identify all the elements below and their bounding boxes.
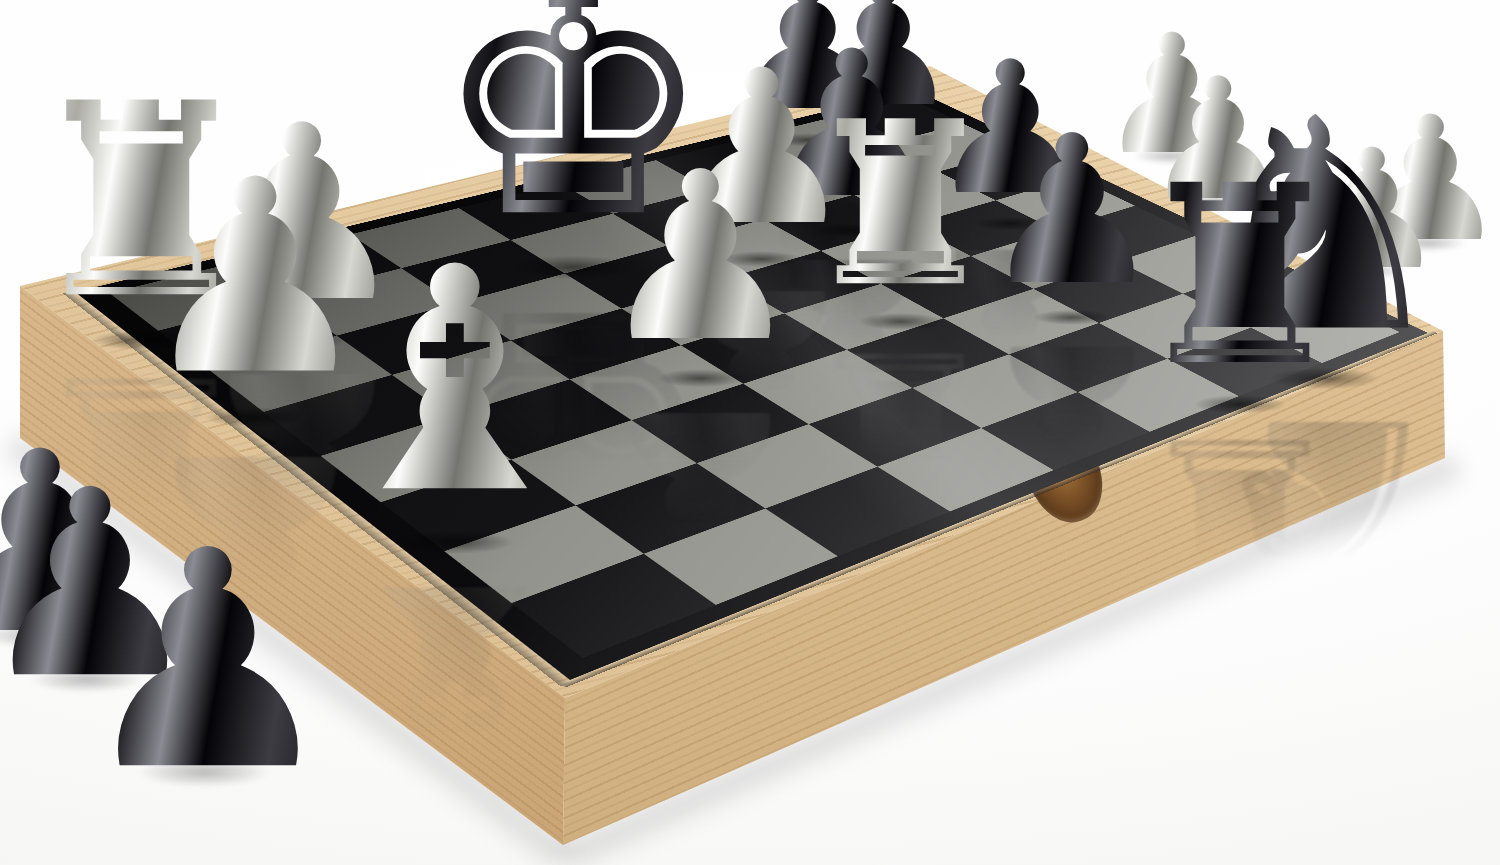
pawn-glyph: ♟ [596,141,805,374]
piece-black-rook-g1[interactable]: ♜♜ [1129,152,1350,399]
piece-reflection: ♝ [316,547,593,810]
piece-silver-pawn-d5[interactable]: ♟♟ [596,141,805,374]
pawn-glyph: ♟ [74,512,343,812]
pieces-layer: ♜♜♟♟♟♟♝♝♟♟♟♟♜♜♚♚♟♟♟♟♟♟♟♟♟♟♜♜♞♞♟♟♟♟♟♟♟ [0,0,1500,865]
piece-reflection: ♜ [799,325,1002,517]
piece-black-pawn[interactable]: ♟ [74,512,343,812]
piece-silver-bishop-a3[interactable]: ♝♝ [316,227,593,536]
rook-glyph: ♜ [1129,152,1350,399]
rook-glyph: ♜ [799,91,1002,317]
piece-silver-rook-f5[interactable]: ♜♜ [799,91,1002,317]
piece-reflection: ♟ [596,382,805,580]
chess-set-product-photo: ♜♜♟♟♟♟♝♝♟♟♟♟♜♜♚♚♟♟♟♟♟♟♟♟♟♟♜♜♞♞♟♟♟♟♟♟♟ [0,0,1500,865]
bishop-glyph: ♝ [316,227,593,536]
piece-reflection: ♜ [1129,408,1350,618]
